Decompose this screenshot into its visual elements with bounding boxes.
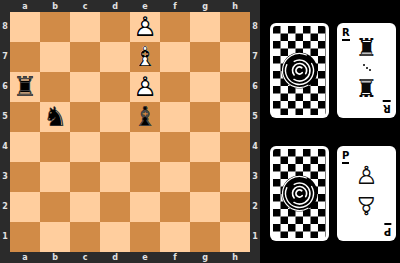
square-b7[interactable] [40, 42, 70, 72]
coordinate-label: 6 [0, 72, 10, 102]
square-f7[interactable] [160, 42, 190, 72]
square-h7[interactable] [220, 42, 250, 72]
square-e6[interactable]: ♟♙ [130, 72, 160, 102]
square-a1[interactable] [10, 222, 40, 252]
square-b5[interactable]: ♞♘ [40, 102, 70, 132]
square-f8[interactable] [160, 12, 190, 42]
chess-board-panel: ♟♙♝♗♜♖♟♙♞♘♝♗ aabbccddeeffgghh88776655443… [0, 0, 260, 263]
card-back-bottom[interactable] [270, 146, 329, 241]
square-c3[interactable] [70, 162, 100, 192]
square-c4[interactable] [70, 132, 100, 162]
square-g2[interactable] [190, 192, 220, 222]
coordinate-label: e [130, 1, 160, 12]
coordinate-label: 7 [250, 42, 260, 72]
square-d2[interactable] [100, 192, 130, 222]
square-g1[interactable] [190, 222, 220, 252]
square-d7[interactable] [100, 42, 130, 72]
coordinate-label: 7 [0, 42, 10, 72]
square-b3[interactable] [40, 162, 70, 192]
square-b2[interactable] [40, 192, 70, 222]
square-h5[interactable] [220, 102, 250, 132]
coordinate-label: h [220, 1, 250, 12]
card-back-top[interactable] [270, 23, 329, 118]
square-e5[interactable]: ♝♗ [130, 102, 160, 132]
coordinate-label: 1 [0, 222, 10, 252]
coordinate-label: 2 [250, 192, 260, 222]
coordinate-label: d [100, 1, 130, 12]
coordinate-label: 3 [250, 162, 260, 192]
square-a8[interactable] [10, 12, 40, 42]
card-row-top: R ♜ ♜ R [270, 23, 396, 118]
square-a5[interactable] [10, 102, 40, 132]
square-g6[interactable] [190, 72, 220, 102]
card-pawn[interactable]: P ♙ ♙ P [337, 146, 396, 241]
square-f3[interactable] [160, 162, 190, 192]
coordinate-label: a [10, 252, 40, 263]
coordinate-label: 8 [250, 12, 260, 42]
coordinate-label: c [70, 1, 100, 12]
coordinate-label: c [70, 252, 100, 263]
square-c2[interactable] [70, 192, 100, 222]
square-h2[interactable] [220, 192, 250, 222]
square-h8[interactable] [220, 12, 250, 42]
coordinate-label: 3 [0, 162, 10, 192]
coordinate-label: 1 [250, 222, 260, 252]
square-f2[interactable] [160, 192, 190, 222]
coordinate-label: g [190, 252, 220, 263]
square-g7[interactable] [190, 42, 220, 72]
rook-icon: ♜ [355, 35, 377, 61]
black-knight[interactable]: ♞♘ [40, 102, 70, 132]
coordinate-label: 8 [0, 12, 10, 42]
square-f6[interactable] [160, 72, 190, 102]
pawn-icon: ♙ [355, 163, 377, 189]
coordinate-label: b [40, 1, 70, 12]
white-bishop[interactable]: ♝♗ [130, 42, 160, 72]
square-e3[interactable] [130, 162, 160, 192]
cards-panel: R ♜ ♜ R P [260, 0, 400, 263]
rook-icon-rotated: ♜ [355, 74, 377, 100]
square-c7[interactable] [70, 42, 100, 72]
white-pawn[interactable]: ♟♙ [130, 12, 160, 42]
square-a2[interactable] [10, 192, 40, 222]
coordinate-label: g [190, 1, 220, 12]
square-b1[interactable] [40, 222, 70, 252]
white-pawn[interactable]: ♟♙ [130, 72, 160, 102]
coordinate-label: h [220, 252, 250, 263]
square-e2[interactable] [130, 192, 160, 222]
square-b4[interactable] [40, 132, 70, 162]
card-rook[interactable]: R ♜ ♜ R [337, 23, 396, 118]
square-e4[interactable] [130, 132, 160, 162]
square-b6[interactable] [40, 72, 70, 102]
coordinate-label: d [100, 252, 130, 263]
coordinate-label: a [10, 1, 40, 12]
app: ♟♙♝♗♜♖♟♙♞♘♝♗ aabbccddeeffgghh88776655443… [0, 0, 400, 263]
square-b8[interactable] [40, 12, 70, 42]
square-h3[interactable] [220, 162, 250, 192]
coordinate-label: 4 [250, 132, 260, 162]
card-rank-letter-rotated: P [384, 223, 391, 237]
square-a6[interactable]: ♜♖ [10, 72, 40, 102]
trail-dots-icon [362, 64, 372, 71]
coordinate-label: 4 [0, 132, 10, 162]
square-c5[interactable] [70, 102, 100, 132]
square-c6[interactable] [70, 72, 100, 102]
square-f5[interactable] [160, 102, 190, 132]
square-g3[interactable] [190, 162, 220, 192]
coordinate-label: 6 [250, 72, 260, 102]
square-f1[interactable] [160, 222, 190, 252]
coordinate-label: f [160, 252, 190, 263]
coordinate-label: f [160, 1, 190, 12]
square-d6[interactable] [100, 72, 130, 102]
square-d1[interactable] [100, 222, 130, 252]
black-bishop[interactable]: ♝♗ [130, 102, 160, 132]
square-c1[interactable] [70, 222, 100, 252]
square-a7[interactable] [10, 42, 40, 72]
square-e7[interactable]: ♝♗ [130, 42, 160, 72]
card-rank-letter-rotated: R [383, 100, 391, 114]
square-d5[interactable] [100, 102, 130, 132]
square-e1[interactable] [130, 222, 160, 252]
black-rook[interactable]: ♜♖ [10, 72, 40, 102]
square-d8[interactable] [100, 12, 130, 42]
square-h4[interactable] [220, 132, 250, 162]
square-d3[interactable] [100, 162, 130, 192]
square-d4[interactable] [100, 132, 130, 162]
coordinate-label: e [130, 252, 160, 263]
square-g8[interactable] [190, 12, 220, 42]
square-h6[interactable] [220, 72, 250, 102]
coordinate-label: b [40, 252, 70, 263]
square-g5[interactable] [190, 102, 220, 132]
coordinate-label: 2 [0, 192, 10, 222]
coordinate-label: 5 [0, 102, 10, 132]
square-g4[interactable] [190, 132, 220, 162]
square-c8[interactable] [70, 12, 100, 42]
coordinate-label: 5 [250, 102, 260, 132]
square-h1[interactable] [220, 222, 250, 252]
square-a4[interactable] [10, 132, 40, 162]
card-row-bottom: P ♙ ♙ P [270, 146, 396, 241]
square-e8[interactable]: ♟♙ [130, 12, 160, 42]
square-f4[interactable] [160, 132, 190, 162]
chess-board: ♟♙♝♗♜♖♟♙♞♘♝♗ [10, 12, 250, 252]
square-a3[interactable] [10, 162, 40, 192]
pawn-icon-rotated: ♙ [355, 192, 377, 218]
